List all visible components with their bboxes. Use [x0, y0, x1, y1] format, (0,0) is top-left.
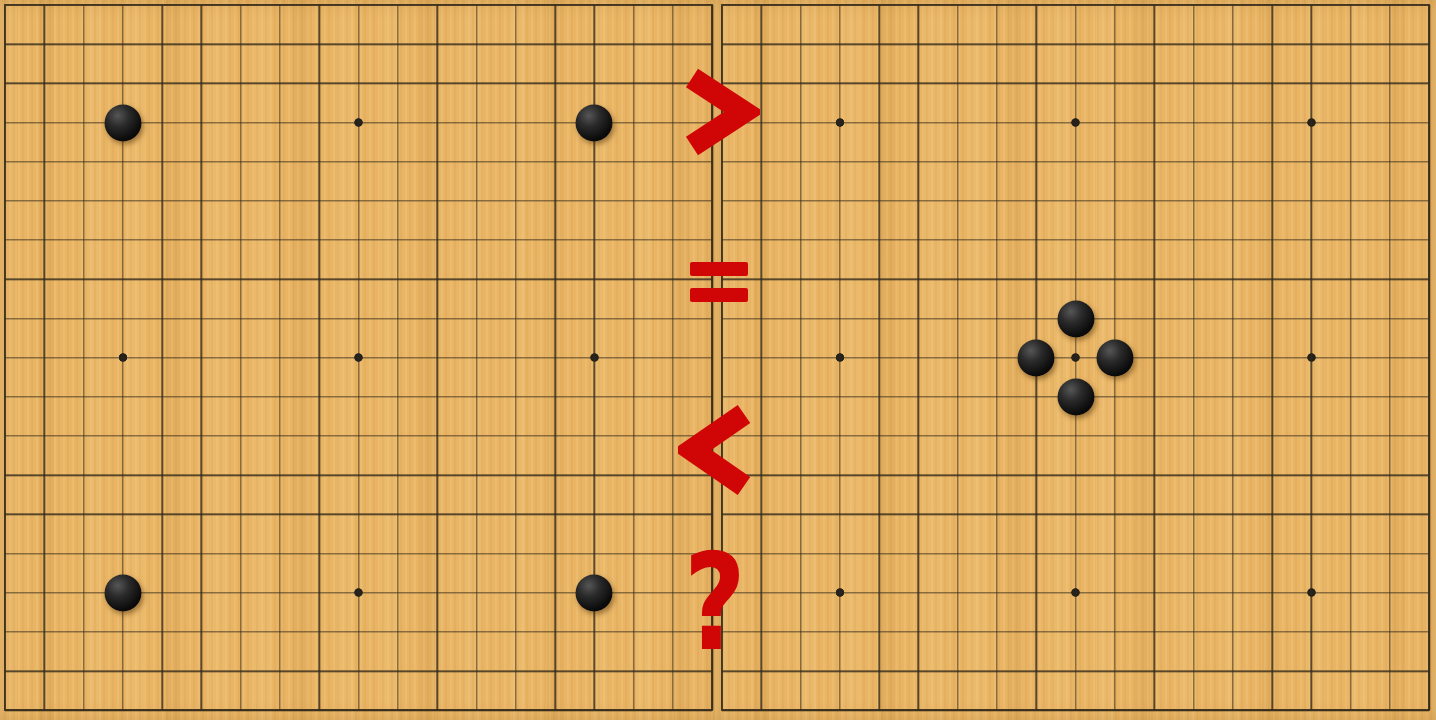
board-point[interactable] — [300, 221, 339, 260]
board-point[interactable] — [0, 221, 25, 260]
board-point[interactable] — [339, 377, 378, 416]
board-point[interactable] — [1213, 142, 1252, 181]
board-point[interactable] — [938, 260, 977, 299]
board-point[interactable] — [899, 377, 938, 416]
board-point[interactable] — [418, 338, 457, 377]
board-point[interactable] — [977, 456, 1016, 495]
board-point[interactable] — [418, 103, 457, 142]
board-point[interactable] — [575, 338, 614, 377]
board-point[interactable] — [715, 299, 742, 338]
board-point[interactable] — [977, 416, 1016, 455]
board-point[interactable] — [781, 612, 820, 651]
board-point[interactable] — [496, 495, 535, 534]
board-point[interactable] — [938, 612, 977, 651]
board-point[interactable] — [860, 64, 899, 103]
board-point[interactable] — [457, 338, 496, 377]
board-point[interactable] — [339, 534, 378, 573]
board-point[interactable] — [25, 142, 64, 181]
board-point[interactable] — [143, 260, 182, 299]
board-point[interactable] — [418, 534, 457, 573]
board-point[interactable] — [860, 260, 899, 299]
board-point[interactable] — [300, 377, 339, 416]
board-point[interactable] — [977, 691, 1016, 720]
board-point[interactable] — [339, 456, 378, 495]
board-point[interactable] — [1331, 495, 1370, 534]
board-point[interactable] — [1174, 612, 1213, 651]
board-point[interactable] — [103, 338, 142, 377]
board-point[interactable] — [496, 0, 535, 25]
board-point[interactable] — [418, 0, 457, 25]
board-point[interactable] — [1370, 103, 1409, 142]
board-point[interactable] — [25, 416, 64, 455]
board-point[interactable] — [781, 260, 820, 299]
board-point[interactable] — [143, 456, 182, 495]
board-point[interactable] — [653, 221, 692, 260]
board-point[interactable] — [899, 25, 938, 64]
board-point[interactable] — [64, 260, 103, 299]
board-point[interactable] — [1253, 25, 1292, 64]
board-point[interactable] — [1292, 338, 1331, 377]
board-point[interactable] — [1056, 25, 1095, 64]
board-point[interactable] — [781, 691, 820, 720]
board-point[interactable] — [1331, 181, 1370, 220]
board-point[interactable] — [1135, 181, 1174, 220]
board-point[interactable] — [1331, 25, 1370, 64]
board-point[interactable] — [899, 534, 938, 573]
board-point[interactable] — [339, 0, 378, 25]
board-point[interactable] — [536, 612, 575, 651]
board-point[interactable] — [64, 64, 103, 103]
board-point[interactable] — [1370, 573, 1409, 612]
board-point[interactable] — [536, 652, 575, 691]
board-point[interactable] — [781, 456, 820, 495]
board-point[interactable] — [977, 181, 1016, 220]
board-point[interactable] — [1253, 221, 1292, 260]
board-point[interactable] — [614, 142, 653, 181]
board-point[interactable] — [496, 338, 535, 377]
board-point[interactable] — [742, 495, 781, 534]
board-point[interactable] — [496, 534, 535, 573]
board-point[interactable] — [1410, 377, 1436, 416]
board-point[interactable] — [143, 612, 182, 651]
board-point[interactable] — [64, 0, 103, 25]
board-point[interactable] — [938, 338, 977, 377]
board-point[interactable] — [1370, 0, 1409, 25]
board-point[interactable] — [457, 534, 496, 573]
board-point[interactable] — [614, 652, 653, 691]
board-point[interactable] — [536, 221, 575, 260]
board-point[interactable] — [536, 416, 575, 455]
board-point[interactable] — [1253, 142, 1292, 181]
board-point[interactable] — [1213, 299, 1252, 338]
board-point[interactable] — [899, 0, 938, 25]
board-point[interactable] — [614, 25, 653, 64]
board-point[interactable] — [536, 495, 575, 534]
board-point[interactable] — [938, 534, 977, 573]
board-point[interactable] — [742, 25, 781, 64]
board-point[interactable] — [457, 181, 496, 220]
board-point[interactable] — [1174, 495, 1213, 534]
board-point[interactable] — [820, 377, 859, 416]
board-point[interactable] — [781, 25, 820, 64]
board-point[interactable] — [182, 612, 221, 651]
board-point[interactable] — [1056, 0, 1095, 25]
board-point[interactable] — [339, 103, 378, 142]
board-point[interactable] — [693, 181, 715, 220]
board-point[interactable] — [820, 534, 859, 573]
board-point[interactable] — [899, 181, 938, 220]
board-point[interactable] — [536, 25, 575, 64]
board-point[interactable] — [693, 0, 715, 25]
board-point[interactable] — [536, 142, 575, 181]
board-point[interactable] — [0, 534, 25, 573]
board-point[interactable] — [378, 25, 417, 64]
board-point[interactable] — [742, 338, 781, 377]
board-point[interactable] — [1095, 416, 1134, 455]
board-point[interactable] — [575, 573, 614, 612]
board-point[interactable] — [143, 534, 182, 573]
board-point[interactable] — [260, 181, 299, 220]
board-point[interactable] — [614, 221, 653, 260]
board-point[interactable] — [418, 691, 457, 720]
board-point[interactable] — [1135, 64, 1174, 103]
board-point[interactable] — [938, 456, 977, 495]
board-point[interactable] — [378, 612, 417, 651]
board-point[interactable] — [418, 456, 457, 495]
board-point[interactable] — [899, 260, 938, 299]
board-point[interactable] — [457, 377, 496, 416]
board-point[interactable] — [182, 25, 221, 64]
board-point[interactable] — [899, 456, 938, 495]
board-point[interactable] — [938, 25, 977, 64]
board-point[interactable] — [339, 416, 378, 455]
board-point[interactable] — [1174, 299, 1213, 338]
board-point[interactable] — [25, 0, 64, 25]
board-point[interactable] — [977, 377, 1016, 416]
board-point[interactable] — [378, 299, 417, 338]
board-point[interactable] — [103, 612, 142, 651]
board-point[interactable] — [1331, 142, 1370, 181]
board-point[interactable] — [143, 64, 182, 103]
board-point[interactable] — [300, 299, 339, 338]
board-point[interactable] — [1410, 416, 1436, 455]
board-point[interactable] — [1017, 573, 1056, 612]
board-point[interactable] — [25, 25, 64, 64]
board-point[interactable] — [1370, 221, 1409, 260]
board-point[interactable] — [103, 25, 142, 64]
board-point[interactable] — [820, 181, 859, 220]
board-point[interactable] — [860, 691, 899, 720]
board-point[interactable] — [820, 416, 859, 455]
board-point[interactable] — [938, 299, 977, 338]
board-point[interactable] — [260, 338, 299, 377]
board-point[interactable] — [614, 338, 653, 377]
board-point[interactable] — [1095, 573, 1134, 612]
board-point[interactable] — [1095, 64, 1134, 103]
board-point[interactable] — [25, 534, 64, 573]
board-point[interactable] — [221, 221, 260, 260]
board-point[interactable] — [1213, 0, 1252, 25]
board-point[interactable] — [1331, 612, 1370, 651]
board-point[interactable] — [536, 338, 575, 377]
board-point[interactable] — [1370, 377, 1409, 416]
board-point[interactable] — [614, 495, 653, 534]
board-point[interactable] — [378, 456, 417, 495]
board-point[interactable] — [300, 142, 339, 181]
board-point[interactable] — [1174, 260, 1213, 299]
board-point[interactable] — [457, 299, 496, 338]
board-point[interactable] — [103, 0, 142, 25]
board-point[interactable] — [457, 64, 496, 103]
board-point[interactable] — [182, 573, 221, 612]
board-point[interactable] — [260, 456, 299, 495]
board-point[interactable] — [715, 0, 742, 25]
board-point[interactable] — [575, 495, 614, 534]
board-point[interactable] — [64, 338, 103, 377]
board-point[interactable] — [860, 338, 899, 377]
board-point[interactable] — [182, 495, 221, 534]
board-point[interactable] — [378, 103, 417, 142]
board-point[interactable] — [418, 573, 457, 612]
board-point[interactable] — [575, 416, 614, 455]
board-point[interactable] — [781, 573, 820, 612]
board-point[interactable] — [1056, 299, 1095, 338]
board-point[interactable] — [300, 260, 339, 299]
board-point[interactable] — [938, 691, 977, 720]
board-point[interactable] — [575, 534, 614, 573]
board-point[interactable] — [536, 456, 575, 495]
board-point[interactable] — [860, 495, 899, 534]
board-point[interactable] — [221, 377, 260, 416]
board-point[interactable] — [575, 377, 614, 416]
board-point[interactable] — [221, 691, 260, 720]
board-point[interactable] — [899, 103, 938, 142]
board-point[interactable] — [1213, 652, 1252, 691]
board-point[interactable] — [1370, 691, 1409, 720]
board-point[interactable] — [378, 573, 417, 612]
board-point[interactable] — [1213, 377, 1252, 416]
board-point[interactable] — [260, 416, 299, 455]
board-point[interactable] — [221, 64, 260, 103]
board-point[interactable] — [25, 612, 64, 651]
board-point[interactable] — [25, 338, 64, 377]
board-point[interactable] — [1095, 612, 1134, 651]
board-point[interactable] — [221, 299, 260, 338]
board-point[interactable] — [1370, 612, 1409, 651]
board-point[interactable] — [1174, 142, 1213, 181]
board-point[interactable] — [781, 0, 820, 25]
board-point[interactable] — [1410, 534, 1436, 573]
board-point[interactable] — [182, 260, 221, 299]
board-point[interactable] — [221, 181, 260, 220]
board-point[interactable] — [938, 0, 977, 25]
board-point[interactable] — [103, 142, 142, 181]
board-point[interactable] — [221, 534, 260, 573]
board-point[interactable] — [1017, 534, 1056, 573]
board-point[interactable] — [221, 573, 260, 612]
board-point[interactable] — [1292, 260, 1331, 299]
board-point[interactable] — [1331, 338, 1370, 377]
board-point[interactable] — [1370, 416, 1409, 455]
board-point[interactable] — [1370, 652, 1409, 691]
board-point[interactable] — [1292, 612, 1331, 651]
board-point[interactable] — [693, 25, 715, 64]
board-point[interactable] — [1095, 221, 1134, 260]
board-point[interactable] — [938, 221, 977, 260]
board-point[interactable] — [339, 25, 378, 64]
board-point[interactable] — [781, 534, 820, 573]
board-point[interactable] — [1410, 260, 1436, 299]
board-point[interactable] — [260, 103, 299, 142]
board-point[interactable] — [1370, 534, 1409, 573]
board-point[interactable] — [143, 652, 182, 691]
board-point[interactable] — [339, 495, 378, 534]
board-point[interactable] — [575, 612, 614, 651]
board-point[interactable] — [25, 652, 64, 691]
board-point[interactable] — [1017, 416, 1056, 455]
board-point[interactable] — [418, 377, 457, 416]
board-point[interactable] — [0, 691, 25, 720]
board-point[interactable] — [1410, 338, 1436, 377]
board-point[interactable] — [103, 534, 142, 573]
board-point[interactable] — [182, 652, 221, 691]
board-point[interactable] — [1135, 534, 1174, 573]
board-point[interactable] — [1253, 377, 1292, 416]
board-point[interactable] — [614, 260, 653, 299]
board-point[interactable] — [536, 181, 575, 220]
board-point[interactable] — [378, 338, 417, 377]
board-point[interactable] — [536, 103, 575, 142]
board-point[interactable] — [496, 64, 535, 103]
board-point[interactable] — [1095, 338, 1134, 377]
board-point[interactable] — [1292, 181, 1331, 220]
board-point[interactable] — [575, 103, 614, 142]
board-point[interactable] — [143, 142, 182, 181]
board-point[interactable] — [1095, 377, 1134, 416]
board-point[interactable] — [260, 64, 299, 103]
board-point[interactable] — [536, 299, 575, 338]
board-point[interactable] — [1292, 103, 1331, 142]
board-point[interactable] — [300, 573, 339, 612]
board-point[interactable] — [781, 142, 820, 181]
board-point[interactable] — [1095, 456, 1134, 495]
board-point[interactable] — [1410, 612, 1436, 651]
board-point[interactable] — [614, 377, 653, 416]
board-point[interactable] — [1056, 652, 1095, 691]
board-point[interactable] — [339, 260, 378, 299]
board-point[interactable] — [496, 652, 535, 691]
board-point[interactable] — [418, 260, 457, 299]
board-point[interactable] — [653, 0, 692, 25]
board-point[interactable] — [457, 25, 496, 64]
board-point[interactable] — [221, 142, 260, 181]
board-point[interactable] — [221, 260, 260, 299]
board-point[interactable] — [1174, 377, 1213, 416]
board-point[interactable] — [339, 221, 378, 260]
board-point[interactable] — [1331, 260, 1370, 299]
board-point[interactable] — [653, 25, 692, 64]
board-point[interactable] — [496, 416, 535, 455]
board-point[interactable] — [64, 495, 103, 534]
board-point[interactable] — [0, 612, 25, 651]
board-point[interactable] — [25, 495, 64, 534]
board-point[interactable] — [781, 338, 820, 377]
board-point[interactable] — [260, 691, 299, 720]
board-point[interactable] — [938, 64, 977, 103]
board-point[interactable] — [457, 691, 496, 720]
board-point[interactable] — [418, 64, 457, 103]
board-point[interactable] — [1213, 181, 1252, 220]
board-point[interactable] — [1174, 652, 1213, 691]
board-point[interactable] — [182, 299, 221, 338]
board-point[interactable] — [575, 456, 614, 495]
board-point[interactable] — [781, 221, 820, 260]
board-point[interactable] — [1331, 0, 1370, 25]
board-point[interactable] — [418, 416, 457, 455]
board-point[interactable] — [1095, 534, 1134, 573]
board-point[interactable] — [1135, 25, 1174, 64]
board-point[interactable] — [860, 142, 899, 181]
board-point[interactable] — [182, 64, 221, 103]
board-point[interactable] — [614, 534, 653, 573]
board-point[interactable] — [1370, 456, 1409, 495]
board-point[interactable] — [1095, 299, 1134, 338]
board-point[interactable] — [938, 416, 977, 455]
board-point[interactable] — [575, 221, 614, 260]
board-point[interactable] — [1174, 573, 1213, 612]
board-point[interactable] — [1331, 691, 1370, 720]
board-point[interactable] — [300, 612, 339, 651]
board-point[interactable] — [64, 573, 103, 612]
board-point[interactable] — [378, 142, 417, 181]
board-point[interactable] — [1253, 64, 1292, 103]
board-point[interactable] — [300, 25, 339, 64]
board-point[interactable] — [378, 416, 417, 455]
board-point[interactable] — [938, 103, 977, 142]
board-point[interactable] — [1253, 534, 1292, 573]
board-point[interactable] — [300, 338, 339, 377]
board-point[interactable] — [1292, 534, 1331, 573]
board-point[interactable] — [1017, 612, 1056, 651]
board-point[interactable] — [1135, 416, 1174, 455]
board-point[interactable] — [860, 612, 899, 651]
board-point[interactable] — [820, 260, 859, 299]
board-point[interactable] — [715, 181, 742, 220]
board-point[interactable] — [260, 142, 299, 181]
board-point[interactable] — [1017, 299, 1056, 338]
board-point[interactable] — [575, 299, 614, 338]
board-point[interactable] — [496, 377, 535, 416]
board-point[interactable] — [899, 338, 938, 377]
board-point[interactable] — [820, 338, 859, 377]
board-point[interactable] — [0, 338, 25, 377]
board-point[interactable] — [457, 495, 496, 534]
board-point[interactable] — [260, 299, 299, 338]
board-point[interactable] — [1410, 691, 1436, 720]
board-point[interactable] — [1331, 299, 1370, 338]
board-point[interactable] — [1095, 25, 1134, 64]
board-point[interactable] — [536, 573, 575, 612]
board-point[interactable] — [820, 495, 859, 534]
board-point[interactable] — [715, 221, 742, 260]
board-point[interactable] — [260, 25, 299, 64]
board-point[interactable] — [820, 221, 859, 260]
board-point[interactable] — [457, 612, 496, 651]
board-point[interactable] — [103, 416, 142, 455]
board-point[interactable] — [977, 0, 1016, 25]
board-point[interactable] — [25, 573, 64, 612]
board-point[interactable] — [1056, 377, 1095, 416]
